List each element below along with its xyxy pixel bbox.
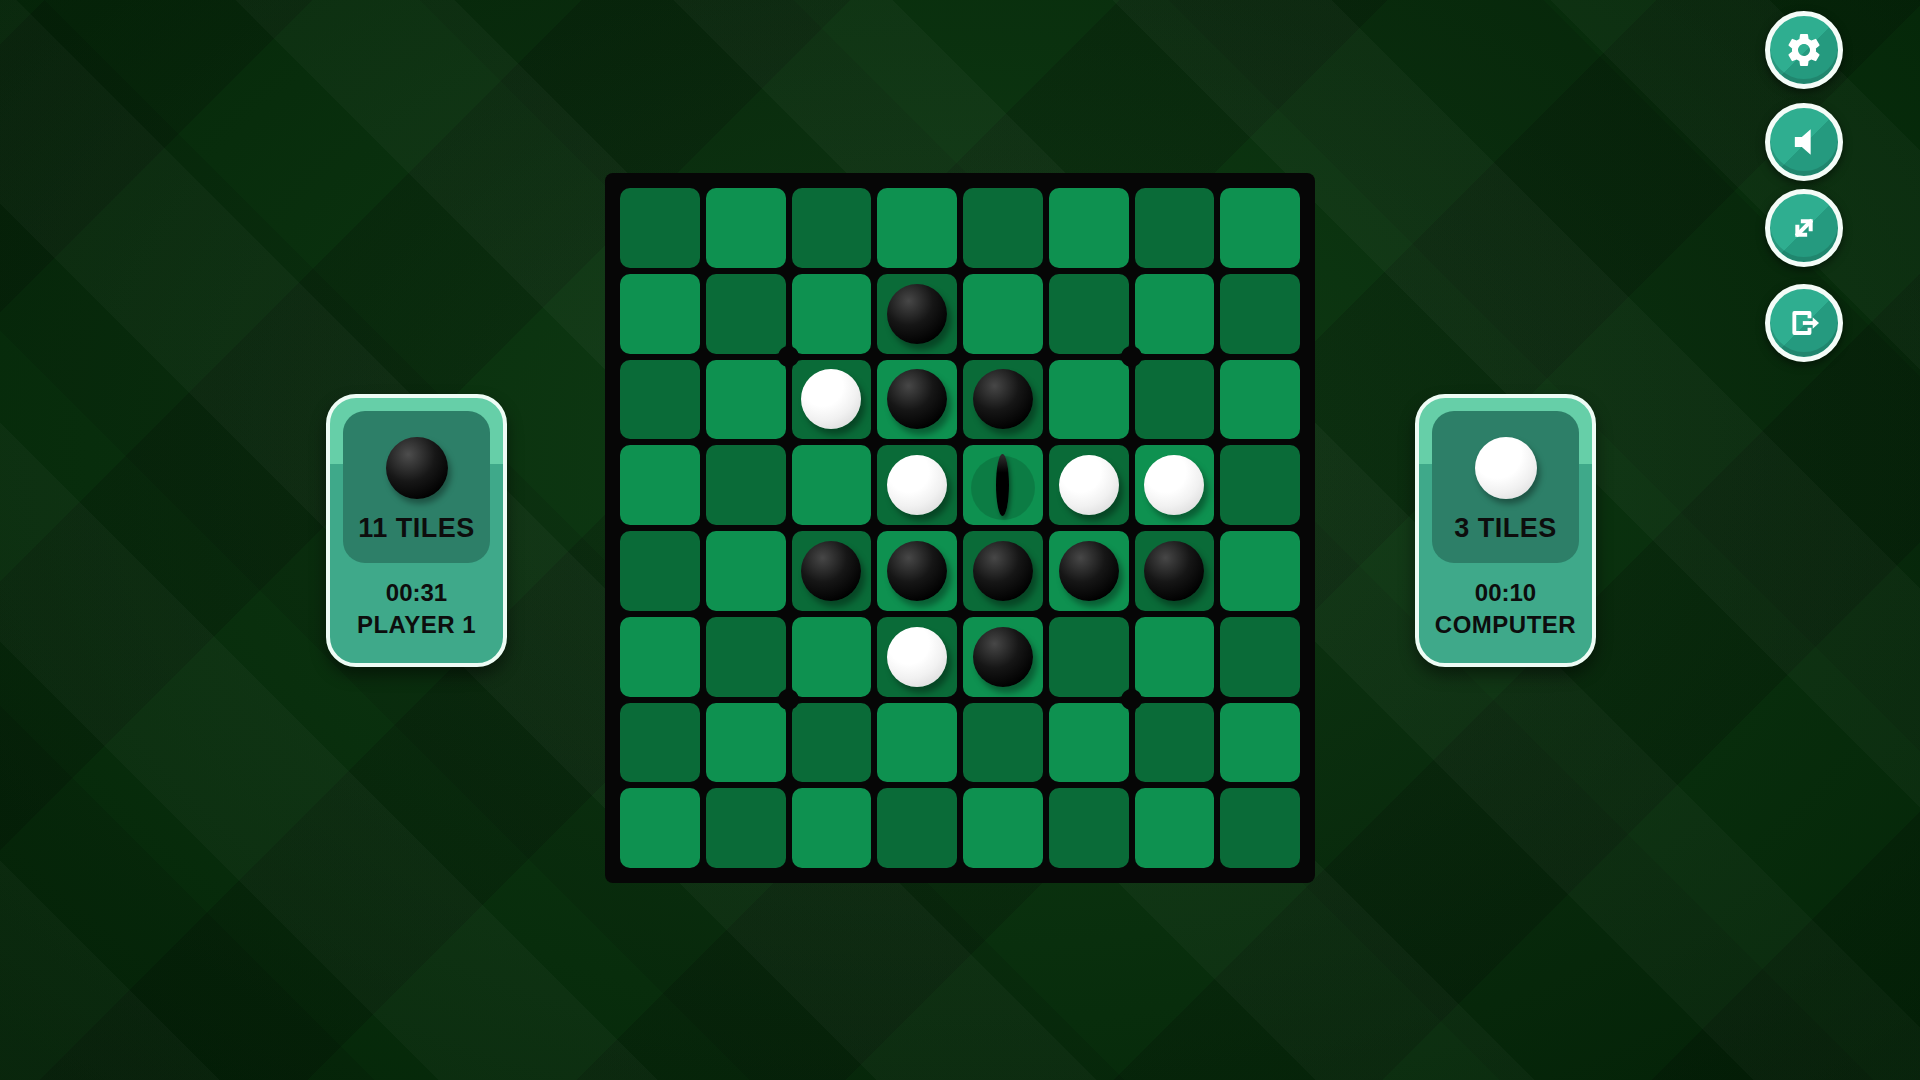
cell-a3[interactable] xyxy=(620,360,700,440)
reversi-board xyxy=(605,173,1315,883)
white-disc xyxy=(1475,437,1537,499)
black-disc xyxy=(1144,541,1204,601)
computer-tiles-count: 3 TILES xyxy=(1454,513,1557,544)
cell-b5[interactable] xyxy=(706,531,786,611)
cell-g1[interactable] xyxy=(1135,188,1215,268)
computer-timer: 00:10 xyxy=(1475,579,1536,607)
white-disc xyxy=(1059,455,1119,515)
black-disc xyxy=(386,437,448,499)
cell-h4[interactable] xyxy=(1220,445,1300,525)
white-disc xyxy=(887,627,947,687)
cell-f6[interactable] xyxy=(1049,617,1129,697)
cell-b6[interactable] xyxy=(706,617,786,697)
cell-e6[interactable] xyxy=(963,617,1043,697)
cell-f8[interactable] xyxy=(1049,788,1129,868)
cell-g4[interactable] xyxy=(1135,445,1215,525)
flipping-disc xyxy=(963,445,1043,525)
star-point xyxy=(778,346,799,367)
cell-b4[interactable] xyxy=(706,445,786,525)
cell-c2[interactable] xyxy=(792,274,872,354)
cell-d1[interactable] xyxy=(877,188,957,268)
cell-d6[interactable] xyxy=(877,617,957,697)
black-disc xyxy=(973,627,1033,687)
computer-name: COMPUTER xyxy=(1435,611,1576,639)
fullscreen-button[interactable] xyxy=(1765,189,1843,267)
cell-a4[interactable] xyxy=(620,445,700,525)
cell-a1[interactable] xyxy=(620,188,700,268)
sound-button[interactable] xyxy=(1765,103,1843,181)
white-disc xyxy=(887,455,947,515)
cell-g8[interactable] xyxy=(1135,788,1215,868)
black-disc xyxy=(887,369,947,429)
cell-f2[interactable] xyxy=(1049,274,1129,354)
cell-a8[interactable] xyxy=(620,788,700,868)
cell-f7[interactable] xyxy=(1049,703,1129,783)
cell-c3[interactable] xyxy=(792,360,872,440)
cell-a5[interactable] xyxy=(620,531,700,611)
cell-c4[interactable] xyxy=(792,445,872,525)
cell-e7[interactable] xyxy=(963,703,1043,783)
cell-g7[interactable] xyxy=(1135,703,1215,783)
cell-d3[interactable] xyxy=(877,360,957,440)
computer-score-panel: 3 TILES xyxy=(1432,411,1579,563)
player1-timer: 00:31 xyxy=(386,579,447,607)
cell-b2[interactable] xyxy=(706,274,786,354)
cell-d8[interactable] xyxy=(877,788,957,868)
cell-h2[interactable] xyxy=(1220,274,1300,354)
cell-g6[interactable] xyxy=(1135,617,1215,697)
black-disc xyxy=(1059,541,1119,601)
cell-c8[interactable] xyxy=(792,788,872,868)
board-grid xyxy=(620,188,1300,868)
cell-c5[interactable] xyxy=(792,531,872,611)
black-disc xyxy=(973,369,1033,429)
cell-d2[interactable] xyxy=(877,274,957,354)
star-point xyxy=(1121,689,1142,710)
cell-f3[interactable] xyxy=(1049,360,1129,440)
game-screen: { "game": "reversi-othello", "position":… xyxy=(0,0,1920,1080)
black-disc xyxy=(973,541,1033,601)
cell-e2[interactable] xyxy=(963,274,1043,354)
cell-g3[interactable] xyxy=(1135,360,1215,440)
star-point xyxy=(778,689,799,710)
cell-d7[interactable] xyxy=(877,703,957,783)
star-point xyxy=(1121,346,1142,367)
fullscreen-icon xyxy=(1784,208,1824,248)
speaker-icon xyxy=(1784,122,1824,162)
cell-d5[interactable] xyxy=(877,531,957,611)
cell-g2[interactable] xyxy=(1135,274,1215,354)
cell-f1[interactable] xyxy=(1049,188,1129,268)
cell-h6[interactable] xyxy=(1220,617,1300,697)
cell-g5[interactable] xyxy=(1135,531,1215,611)
cell-a6[interactable] xyxy=(620,617,700,697)
cell-a7[interactable] xyxy=(620,703,700,783)
black-disc xyxy=(887,284,947,344)
player1-card: 11 TILES 00:31 PLAYER 1 xyxy=(326,394,507,667)
cell-f4[interactable] xyxy=(1049,445,1129,525)
exit-icon xyxy=(1784,303,1824,343)
player1-name: PLAYER 1 xyxy=(357,611,476,639)
cell-e8[interactable] xyxy=(963,788,1043,868)
cell-e1[interactable] xyxy=(963,188,1043,268)
player1-tiles-count: 11 TILES xyxy=(358,513,475,544)
cell-b1[interactable] xyxy=(706,188,786,268)
settings-button[interactable] xyxy=(1765,11,1843,89)
cell-h1[interactable] xyxy=(1220,188,1300,268)
cell-d4[interactable] xyxy=(877,445,957,525)
cell-h5[interactable] xyxy=(1220,531,1300,611)
cell-b7[interactable] xyxy=(706,703,786,783)
computer-card: 3 TILES 00:10 COMPUTER xyxy=(1415,394,1596,667)
cell-f5[interactable] xyxy=(1049,531,1129,611)
gear-icon xyxy=(1784,30,1824,70)
cell-h8[interactable] xyxy=(1220,788,1300,868)
exit-button[interactable] xyxy=(1765,284,1843,362)
cell-b3[interactable] xyxy=(706,360,786,440)
cell-a2[interactable] xyxy=(620,274,700,354)
player1-score-panel: 11 TILES xyxy=(343,411,490,563)
cell-e4[interactable] xyxy=(963,445,1043,525)
black-disc xyxy=(801,541,861,601)
cell-c7[interactable] xyxy=(792,703,872,783)
cell-b8[interactable] xyxy=(706,788,786,868)
cell-c1[interactable] xyxy=(792,188,872,268)
cell-e3[interactable] xyxy=(963,360,1043,440)
cell-e5[interactable] xyxy=(963,531,1043,611)
cell-h3[interactable] xyxy=(1220,360,1300,440)
white-disc xyxy=(1144,455,1204,515)
cell-h7[interactable] xyxy=(1220,703,1300,783)
black-disc xyxy=(887,541,947,601)
cell-c6[interactable] xyxy=(792,617,872,697)
white-disc xyxy=(801,369,861,429)
